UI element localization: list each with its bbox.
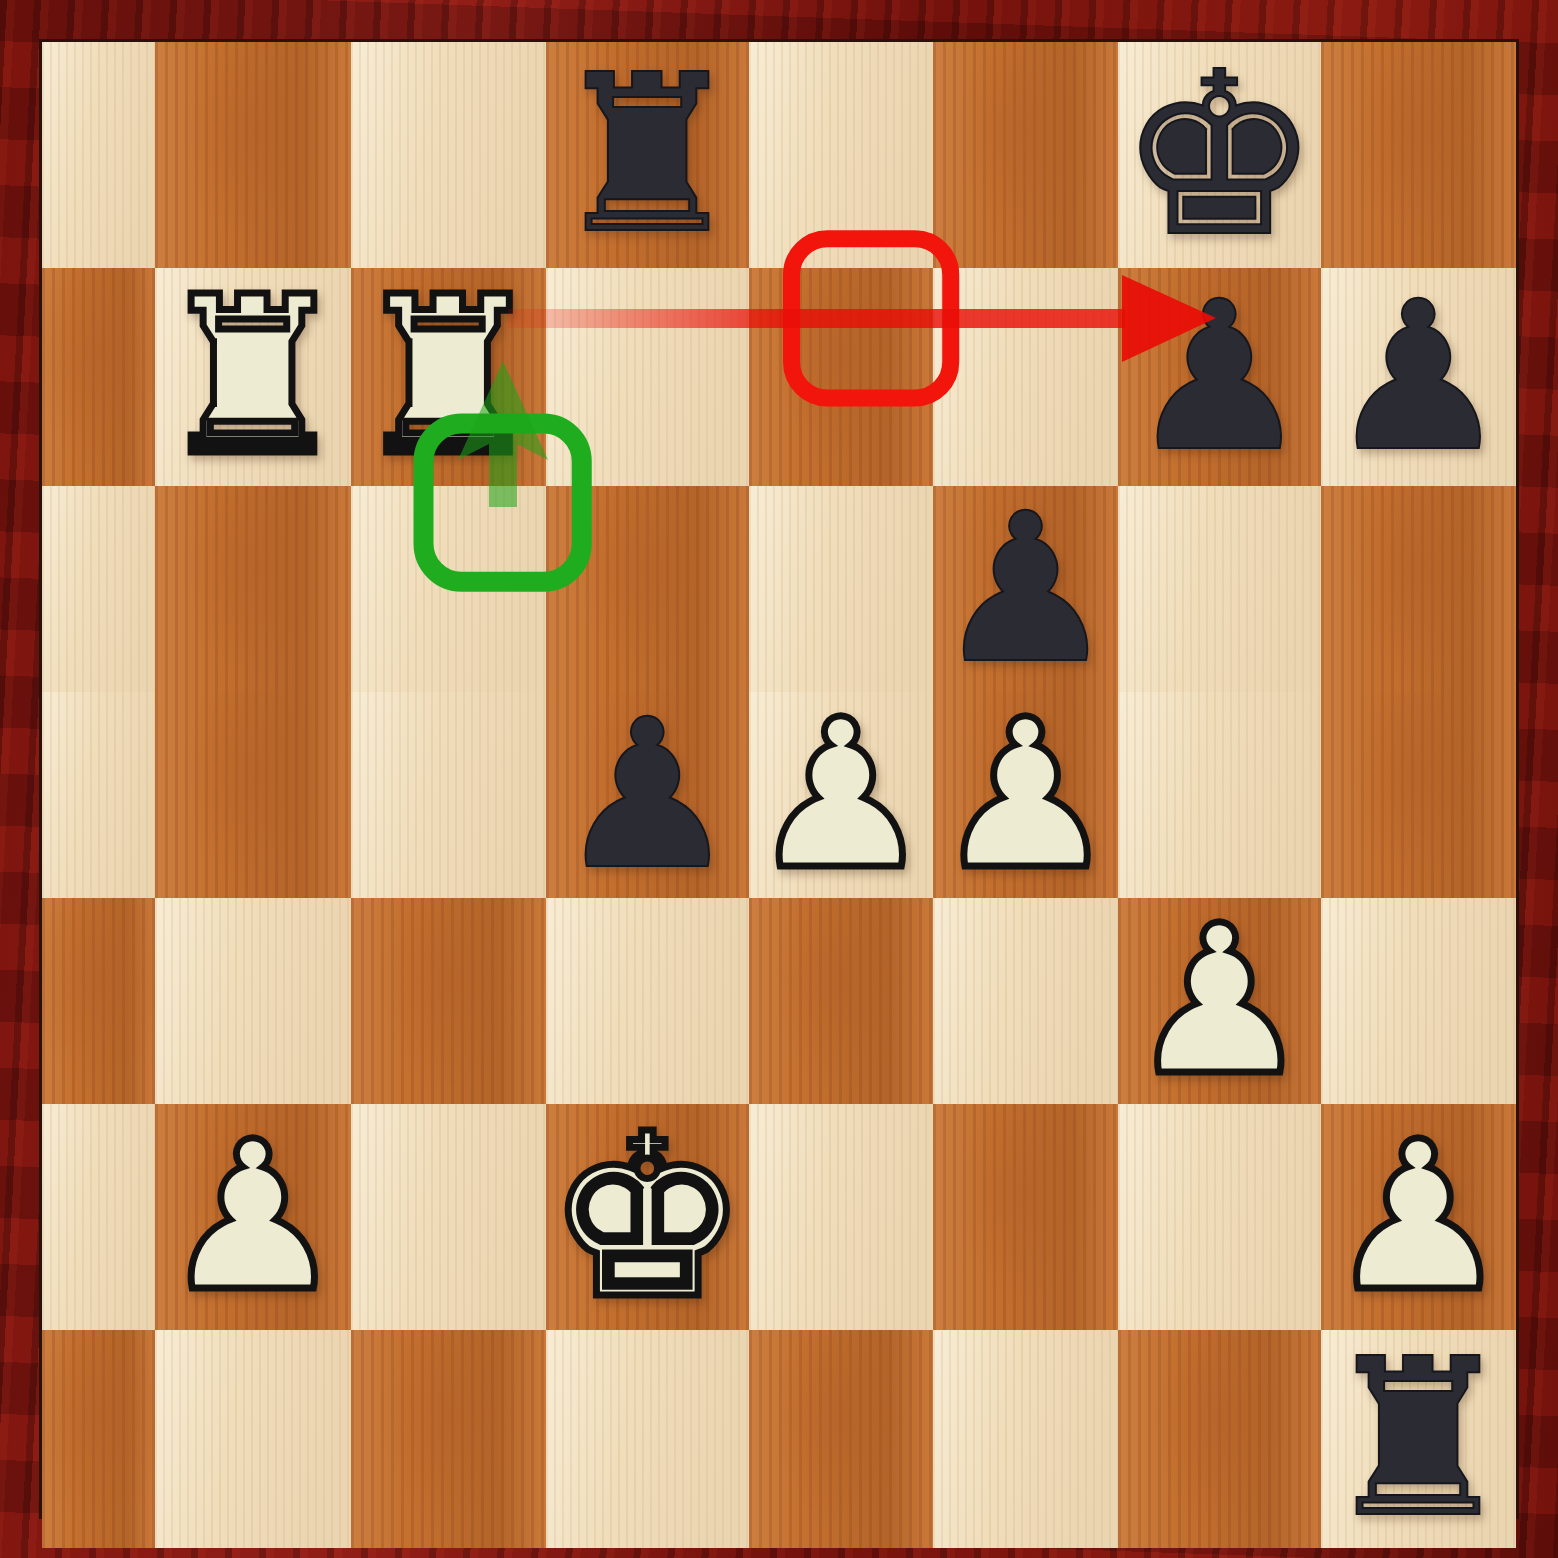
square-b2[interactable]: ♟ — [155, 1104, 350, 1330]
square-f1[interactable] — [933, 1330, 1118, 1548]
square-f2[interactable] — [933, 1104, 1118, 1330]
square-e6[interactable] — [749, 486, 934, 692]
square-g8[interactable]: ♚♚ — [1118, 42, 1321, 268]
square-c1[interactable] — [351, 1330, 546, 1548]
piece-white-rook-b7[interactable]: ♜ — [155, 268, 350, 486]
piece-black-rook-h1[interactable]: ♜♜ — [1321, 1330, 1516, 1548]
square-g7[interactable]: ♟♟ — [1118, 268, 1321, 486]
square-f8[interactable] — [933, 42, 1118, 268]
square-b1[interactable] — [155, 1330, 350, 1548]
piece-body-layer: ♟ — [933, 486, 1118, 692]
square-e2[interactable] — [749, 1104, 934, 1330]
square-a6[interactable] — [42, 486, 155, 692]
square-e8[interactable] — [749, 42, 934, 268]
square-h1[interactable]: ♜♜ — [1321, 1330, 1516, 1548]
square-g2[interactable] — [1118, 1104, 1321, 1330]
square-g6[interactable] — [1118, 486, 1321, 692]
piece-black-pawn-d4[interactable]: ♟♟ — [555, 692, 740, 898]
square-b8[interactable] — [155, 42, 350, 268]
board-frame: ♜♜♚♚♜♜♟♟♟♟♟♟♟♟♟♟♟♟♚♟♜♜ — [0, 0, 1558, 1558]
square-b6[interactable] — [155, 486, 350, 692]
square-a3[interactable] — [42, 898, 155, 1104]
square-f6[interactable]: ♟♟ — [933, 486, 1118, 692]
square-b7[interactable]: ♜ — [155, 268, 350, 486]
square-c6[interactable] — [351, 486, 546, 692]
square-f4[interactable]: ♟ — [933, 692, 1118, 898]
square-d8[interactable]: ♜♜ — [546, 42, 749, 268]
square-d2[interactable]: ♚ — [546, 1104, 749, 1330]
square-e1[interactable] — [749, 1330, 934, 1548]
square-d7[interactable] — [546, 268, 749, 486]
square-h8[interactable] — [1321, 42, 1516, 268]
piece-white-pawn-e4[interactable]: ♟ — [749, 692, 934, 898]
piece-body-layer: ♜ — [1321, 1330, 1516, 1548]
piece-body-layer: ♚ — [1118, 42, 1321, 268]
square-g3[interactable]: ♟ — [1118, 898, 1321, 1104]
square-c4[interactable] — [351, 692, 546, 898]
square-a4[interactable] — [42, 692, 155, 898]
square-h2[interactable]: ♟ — [1321, 1104, 1516, 1330]
square-f3[interactable] — [933, 898, 1118, 1104]
square-h7[interactable]: ♟♟ — [1321, 268, 1516, 486]
piece-black-pawn-h7[interactable]: ♟♟ — [1326, 274, 1511, 480]
square-d6[interactable] — [546, 486, 749, 692]
square-h3[interactable] — [1321, 898, 1516, 1104]
square-a7[interactable] — [42, 268, 155, 486]
square-b3[interactable] — [155, 898, 350, 1104]
piece-black-pawn-g7[interactable]: ♟♟ — [1127, 274, 1312, 480]
square-d1[interactable] — [546, 1330, 749, 1548]
square-a1[interactable] — [42, 1330, 155, 1548]
piece-black-rook-d8[interactable]: ♜♜ — [550, 46, 745, 264]
piece-body-layer: ♟ — [555, 692, 740, 898]
square-e7[interactable] — [749, 268, 934, 486]
square-e3[interactable] — [749, 898, 934, 1104]
square-a8[interactable] — [42, 42, 155, 268]
square-g1[interactable] — [1118, 1330, 1321, 1548]
square-c3[interactable] — [351, 898, 546, 1104]
piece-black-king-g8[interactable]: ♚♚ — [1118, 42, 1321, 268]
piece-white-rook-c7[interactable]: ♜ — [351, 268, 546, 486]
square-c8[interactable] — [351, 42, 546, 268]
piece-body-layer: ♟ — [1326, 274, 1511, 480]
square-g4[interactable] — [1118, 692, 1321, 898]
square-c2[interactable] — [351, 1104, 546, 1330]
square-d4[interactable]: ♟♟ — [546, 692, 749, 898]
chess-board: ♜♜♚♚♜♜♟♟♟♟♟♟♟♟♟♟♟♟♚♟♜♜ — [42, 42, 1516, 1516]
piece-white-king-d2[interactable]: ♚ — [546, 1104, 749, 1330]
piece-white-pawn-h2[interactable]: ♟ — [1326, 1114, 1511, 1320]
square-h4[interactable] — [1321, 692, 1516, 898]
piece-white-pawn-g3[interactable]: ♟ — [1127, 898, 1312, 1104]
piece-black-pawn-f6[interactable]: ♟♟ — [933, 486, 1118, 692]
square-c7[interactable]: ♜ — [351, 268, 546, 486]
square-e4[interactable]: ♟ — [749, 692, 934, 898]
square-b4[interactable] — [155, 692, 350, 898]
square-f7[interactable] — [933, 268, 1118, 486]
square-h6[interactable] — [1321, 486, 1516, 692]
piece-body-layer: ♜ — [550, 46, 745, 264]
piece-body-layer: ♟ — [1127, 274, 1312, 480]
piece-white-pawn-f4[interactable]: ♟ — [933, 692, 1118, 898]
square-d3[interactable] — [546, 898, 749, 1104]
piece-white-pawn-b2[interactable]: ♟ — [160, 1114, 345, 1320]
square-a2[interactable] — [42, 1104, 155, 1330]
